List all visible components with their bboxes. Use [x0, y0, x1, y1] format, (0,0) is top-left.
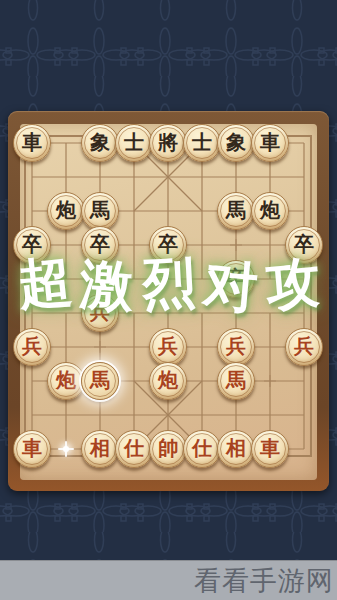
piece-black-elephant[interactable]: 象 [217, 124, 255, 162]
piece-black-chariot[interactable]: 車 [13, 124, 51, 162]
piece-ring: 馬 [84, 365, 116, 397]
piece-ring: 馬 [220, 365, 252, 397]
piece-ring: 卒 [152, 229, 184, 261]
piece-glyph: 仕 [124, 438, 144, 458]
piece-red-soldier[interactable]: 兵 [81, 294, 119, 332]
piece-black-advisor[interactable]: 士 [183, 124, 221, 162]
piece-ring: 卒 [16, 229, 48, 261]
piece-black-cannon[interactable]: 炮 [251, 192, 289, 230]
piece-ring: 帥 [152, 433, 184, 465]
piece-ring: 兵 [84, 297, 116, 329]
piece-ring: 車 [16, 433, 48, 465]
game-screen: 車象士將士象車炮馬馬炮卒卒卒卒卒兵兵兵兵兵炮馬炮馬車相仕帥仕相車 超激烈对攻 看… [0, 0, 337, 600]
piece-glyph: 相 [90, 438, 110, 458]
piece-ring: 兵 [16, 331, 48, 363]
piece-red-general[interactable]: 帥 [149, 430, 187, 468]
piece-red-soldier[interactable]: 兵 [13, 328, 51, 366]
piece-black-chariot[interactable]: 車 [251, 124, 289, 162]
watermark-text: 看看手游网 [194, 563, 337, 599]
piece-ring: 馬 [220, 195, 252, 227]
piece-black-soldier[interactable]: 卒 [13, 226, 51, 264]
piece-black-cannon[interactable]: 炮 [47, 192, 85, 230]
piece-glyph: 馬 [226, 370, 246, 390]
piece-ring: 象 [220, 127, 252, 159]
piece-ring: 車 [254, 433, 286, 465]
piece-ring: 兵 [152, 331, 184, 363]
piece-glyph: 炮 [56, 200, 76, 220]
piece-glyph: 象 [90, 132, 110, 152]
piece-glyph: 車 [260, 438, 280, 458]
piece-ring: 卒 [84, 229, 116, 261]
piece-black-horse[interactable]: 馬 [217, 192, 255, 230]
piece-ring: 車 [254, 127, 286, 159]
piece-glyph: 兵 [22, 336, 42, 356]
piece-glyph: 車 [22, 438, 42, 458]
piece-glyph: 兵 [294, 336, 314, 356]
piece-ring: 士 [186, 127, 218, 159]
piece-ring: 相 [84, 433, 116, 465]
piece-black-general[interactable]: 將 [149, 124, 187, 162]
piece-glyph: 炮 [260, 200, 280, 220]
piece-glyph: 士 [124, 132, 144, 152]
piece-glyph: 兵 [226, 336, 246, 356]
piece-ring: 炮 [50, 365, 82, 397]
piece-ring: 卒 [288, 229, 320, 261]
piece-ring: 兵 [288, 331, 320, 363]
piece-glyph: 卒 [226, 268, 246, 288]
piece-red-soldier[interactable]: 兵 [149, 328, 187, 366]
piece-ring: 車 [16, 127, 48, 159]
piece-glyph: 卒 [158, 234, 178, 254]
piece-red-chariot[interactable]: 車 [251, 430, 289, 468]
piece-ring: 卒 [220, 263, 252, 295]
piece-ring: 將 [152, 127, 184, 159]
piece-ring: 炮 [254, 195, 286, 227]
piece-red-elephant[interactable]: 相 [217, 430, 255, 468]
piece-black-soldier[interactable]: 卒 [149, 226, 187, 264]
piece-ring: 相 [220, 433, 252, 465]
piece-glyph: 馬 [90, 370, 110, 390]
piece-black-advisor[interactable]: 士 [115, 124, 153, 162]
piece-red-soldier[interactable]: 兵 [217, 328, 255, 366]
piece-glyph: 卒 [90, 234, 110, 254]
piece-glyph: 將 [158, 132, 178, 152]
piece-glyph: 相 [226, 438, 246, 458]
piece-red-soldier[interactable]: 兵 [285, 328, 323, 366]
piece-red-elephant[interactable]: 相 [81, 430, 119, 468]
piece-glyph: 卒 [22, 234, 42, 254]
piece-glyph: 兵 [90, 302, 110, 322]
piece-ring: 象 [84, 127, 116, 159]
footer-bar: 看看手游网 [0, 560, 337, 600]
piece-glyph: 兵 [158, 336, 178, 356]
piece-black-soldier[interactable]: 卒 [81, 226, 119, 264]
sparkle-effect [58, 441, 74, 457]
piece-glyph: 卒 [294, 234, 314, 254]
piece-red-advisor[interactable]: 仕 [183, 430, 221, 468]
piece-black-horse[interactable]: 馬 [81, 192, 119, 230]
piece-ring: 士 [118, 127, 150, 159]
piece-red-horse[interactable]: 馬 [81, 362, 119, 400]
piece-glyph: 馬 [90, 200, 110, 220]
piece-glyph: 仕 [192, 438, 212, 458]
piece-red-cannon[interactable]: 炮 [149, 362, 187, 400]
piece-glyph: 車 [260, 132, 280, 152]
piece-ring: 仕 [118, 433, 150, 465]
piece-glyph: 車 [22, 132, 42, 152]
piece-glyph: 帥 [158, 438, 178, 458]
piece-ring: 兵 [220, 331, 252, 363]
piece-glyph: 士 [192, 132, 212, 152]
piece-red-chariot[interactable]: 車 [13, 430, 51, 468]
piece-glyph: 象 [226, 132, 246, 152]
piece-red-cannon[interactable]: 炮 [47, 362, 85, 400]
piece-glyph: 炮 [158, 370, 178, 390]
piece-red-advisor[interactable]: 仕 [115, 430, 153, 468]
piece-black-soldier[interactable]: 卒 [285, 226, 323, 264]
piece-ring: 炮 [152, 365, 184, 397]
piece-ring: 仕 [186, 433, 218, 465]
piece-glyph: 馬 [226, 200, 246, 220]
piece-glyph: 炮 [56, 370, 76, 390]
board-grid-lines [0, 0, 337, 600]
piece-ring: 炮 [50, 195, 82, 227]
piece-red-horse[interactable]: 馬 [217, 362, 255, 400]
piece-black-elephant[interactable]: 象 [81, 124, 119, 162]
piece-ring: 馬 [84, 195, 116, 227]
piece-black-soldier[interactable]: 卒 [217, 260, 255, 298]
